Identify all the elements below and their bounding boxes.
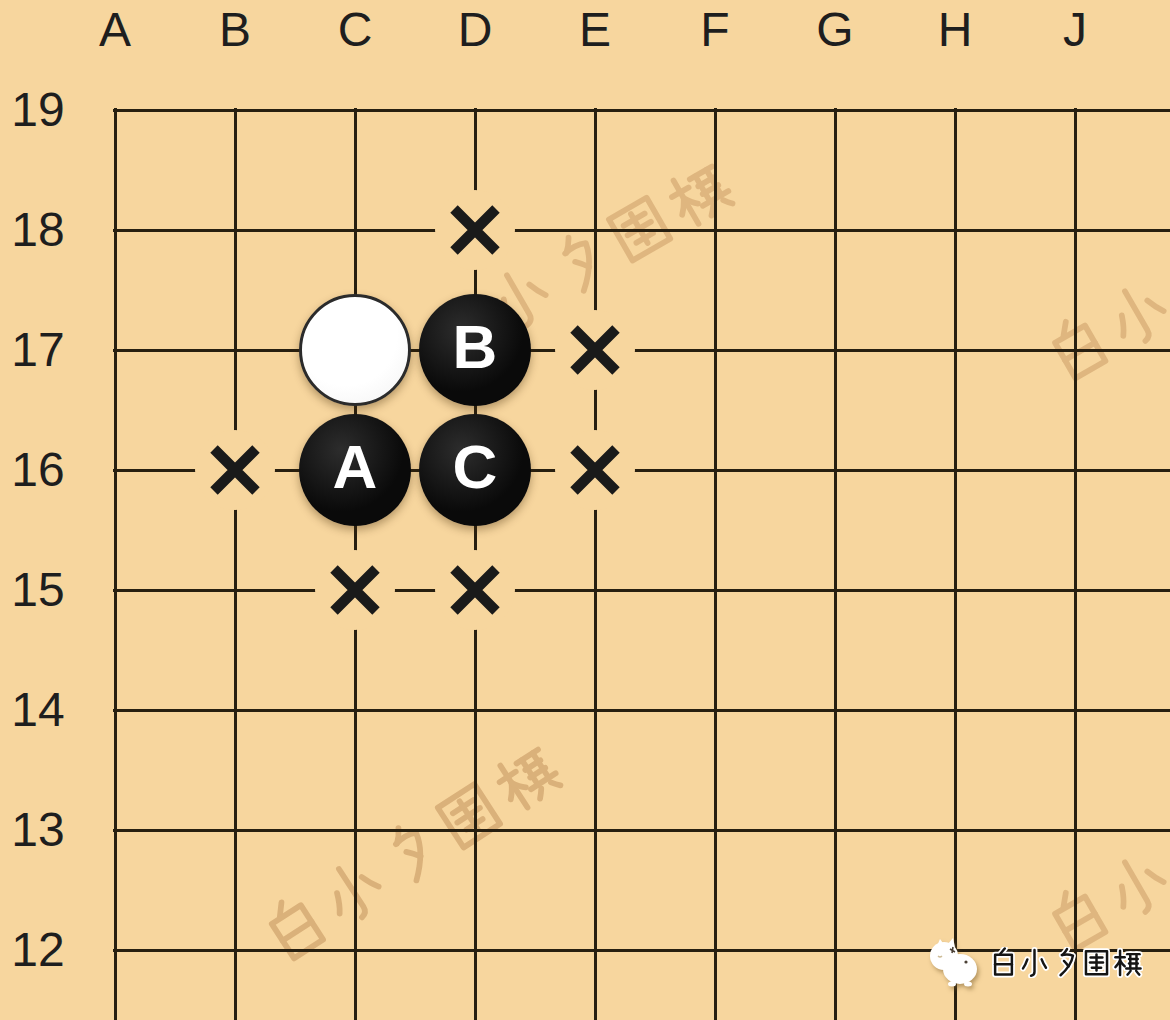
stone-label: B bbox=[453, 316, 498, 378]
grid-line-col-H bbox=[954, 108, 957, 1020]
grid-line-col-B bbox=[234, 108, 237, 1020]
row-label-12: 12 bbox=[0, 923, 80, 977]
brand-logo bbox=[924, 936, 1143, 988]
grid-line-col-G bbox=[834, 108, 837, 1020]
glyph-围 bbox=[1081, 947, 1112, 978]
row-label-15: 15 bbox=[0, 563, 80, 617]
grid-line-row-15 bbox=[113, 589, 1170, 592]
row-label-16: 16 bbox=[0, 443, 80, 497]
stone-black-D16: C bbox=[419, 414, 531, 526]
glyph-棋 bbox=[1112, 947, 1143, 978]
row-label-19: 19 bbox=[0, 83, 80, 137]
glyph-白 bbox=[988, 947, 1019, 978]
row-label-18: 18 bbox=[0, 203, 80, 257]
liberty-mark-C15 bbox=[326, 561, 384, 623]
watermark-text bbox=[1034, 737, 1170, 962]
column-label-E: E bbox=[553, 3, 637, 57]
grid-line-row-19 bbox=[113, 109, 1170, 112]
column-label-C: C bbox=[313, 3, 397, 57]
grid-line-row-14 bbox=[113, 709, 1170, 712]
glyph-小 bbox=[1019, 947, 1050, 978]
row-label-17: 17 bbox=[0, 323, 80, 377]
column-label-B: B bbox=[193, 3, 277, 57]
liberty-mark-E16 bbox=[566, 441, 624, 503]
cat-mascot-icon bbox=[924, 936, 982, 988]
brand-logo-text bbox=[988, 947, 1143, 978]
stone-label: A bbox=[333, 436, 378, 498]
liberty-mark-B16 bbox=[206, 441, 264, 503]
grid-line-col-A bbox=[114, 108, 117, 1020]
liberty-mark-E17 bbox=[566, 321, 624, 383]
row-label-13: 13 bbox=[0, 803, 80, 857]
glyph-夕 bbox=[1050, 947, 1081, 978]
column-label-F: F bbox=[673, 3, 757, 57]
column-label-A: A bbox=[73, 3, 157, 57]
column-label-G: G bbox=[793, 3, 877, 57]
row-label-14: 14 bbox=[0, 683, 80, 737]
go-board-diagram: ABCDEFGHJ1918171615141312 BAC bbox=[0, 0, 1170, 1020]
grid-line-row-17 bbox=[113, 349, 1170, 352]
watermark-text bbox=[1034, 166, 1170, 391]
grid-line-col-J bbox=[1074, 108, 1077, 1020]
column-label-D: D bbox=[433, 3, 517, 57]
grid-line-row-18 bbox=[113, 229, 1170, 232]
stone-label: C bbox=[453, 436, 498, 498]
stone-black-D17: B bbox=[419, 294, 531, 406]
watermark-text bbox=[251, 733, 571, 972]
grid-line-col-E bbox=[594, 108, 597, 1020]
liberty-mark-D18 bbox=[446, 201, 504, 263]
column-label-H: H bbox=[913, 3, 997, 57]
stone-white-C17 bbox=[299, 294, 411, 406]
grid-line-col-F bbox=[714, 108, 717, 1020]
grid-line-row-13 bbox=[113, 829, 1170, 832]
stone-black-C16: A bbox=[299, 414, 411, 526]
column-label-J: J bbox=[1033, 3, 1117, 57]
liberty-mark-D15 bbox=[446, 561, 504, 623]
